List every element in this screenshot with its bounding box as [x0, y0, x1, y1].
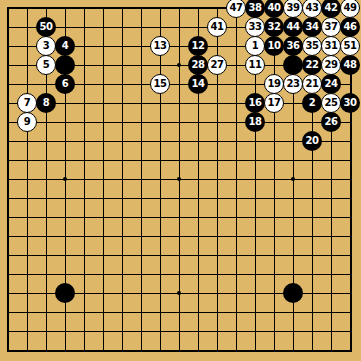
stone-black-move-50: 50: [36, 17, 56, 37]
stone-white-move-23: 23: [283, 74, 303, 94]
stone-white-move-25: 25: [321, 93, 341, 113]
stone-white-move-13: 13: [150, 36, 170, 56]
stone-black-move-20: 20: [302, 131, 322, 151]
stone-white-move-37: 37: [321, 17, 341, 37]
stone-white-move-7: 7: [17, 93, 37, 113]
star-point: [177, 177, 181, 181]
stone-white-move-27: 27: [207, 55, 227, 75]
stone-black-setup-Q16: [283, 55, 303, 75]
stone-black-move-34: 34: [302, 17, 322, 37]
stone-white-move-19: 19: [264, 74, 284, 94]
stone-white-move-5: 5: [36, 55, 56, 75]
stone-black-move-12: 12: [188, 36, 208, 56]
stone-black-move-24: 24: [321, 74, 341, 94]
stone-black-move-10: 10: [264, 36, 284, 56]
stone-black-setup-D4: [55, 283, 75, 303]
stone-black-move-30: 30: [340, 93, 360, 113]
star-point: [63, 177, 67, 181]
stone-black-move-16: 16: [245, 93, 265, 113]
stone-white-move-3: 3: [36, 36, 56, 56]
stone-black-move-32: 32: [264, 17, 284, 37]
stone-white-move-33: 33: [245, 17, 265, 37]
stone-white-move-49: 49: [340, 0, 360, 18]
stone-black-move-14: 14: [188, 74, 208, 94]
stone-black-move-28: 28: [188, 55, 208, 75]
stone-white-move-51: 51: [340, 36, 360, 56]
stone-white-move-31: 31: [321, 36, 341, 56]
stone-black-move-22: 22: [302, 55, 322, 75]
stone-white-move-29: 29: [321, 55, 341, 75]
star-point: [177, 291, 181, 295]
stone-black-move-44: 44: [283, 17, 303, 37]
stone-black-setup-Q4: [283, 283, 303, 303]
stone-black-move-4: 4: [55, 36, 75, 56]
stone-black-move-2: 2: [302, 93, 322, 113]
stone-white-move-9: 9: [17, 112, 37, 132]
stone-white-move-17: 17: [264, 93, 284, 113]
stone-black-move-48: 48: [340, 55, 360, 75]
star-point: [291, 177, 295, 181]
stone-white-move-35: 35: [302, 36, 322, 56]
stone-black-move-46: 46: [340, 17, 360, 37]
stone-black-setup-D16: [55, 55, 75, 75]
stone-white-move-11: 11: [245, 55, 265, 75]
stone-black-move-26: 26: [321, 112, 341, 132]
stone-white-move-1: 1: [245, 36, 265, 56]
go-board[interactable]: 1234567891011121314151617181920212223242…: [0, 0, 361, 361]
stone-black-move-18: 18: [245, 112, 265, 132]
stone-white-move-15: 15: [150, 74, 170, 94]
stone-black-move-8: 8: [36, 93, 56, 113]
stone-black-move-6: 6: [55, 74, 75, 94]
star-point: [177, 63, 181, 67]
stone-black-move-36: 36: [283, 36, 303, 56]
stone-white-move-21: 21: [302, 74, 322, 94]
stone-white-move-41: 41: [207, 17, 227, 37]
